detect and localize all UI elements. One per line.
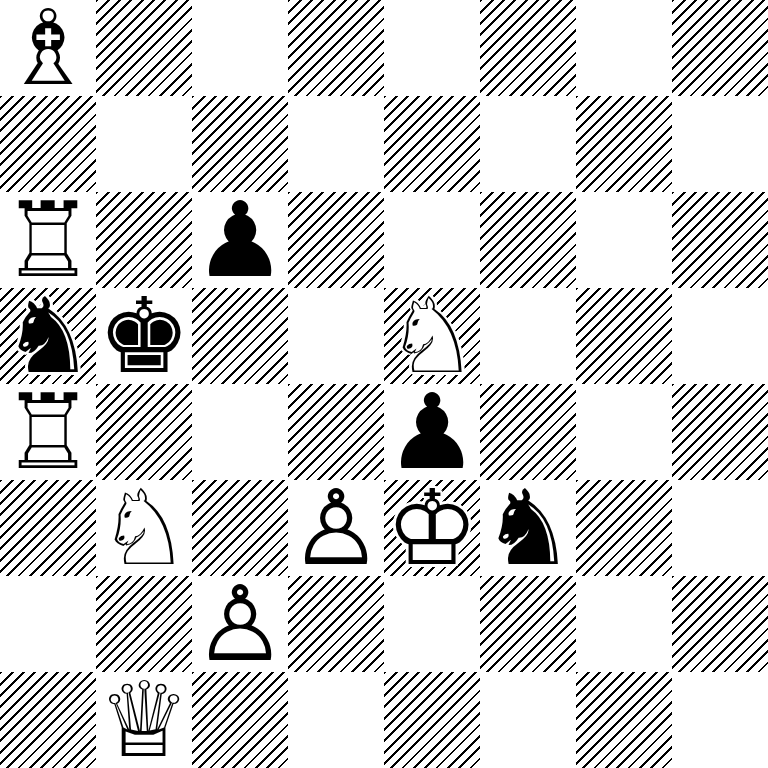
square-f1[interactable]	[480, 672, 576, 768]
chessboard-diagram: ♝♗♜♖♟♞♚♞♘♜♖♟♞♘♟♙♚♔♞♟♙♛♕	[0, 0, 768, 768]
square-e4[interactable]: ♟	[384, 384, 480, 480]
square-d2[interactable]	[288, 576, 384, 672]
square-e1[interactable]	[384, 672, 480, 768]
square-h3[interactable]	[672, 480, 768, 576]
white-knight-piece[interactable]: ♘	[384, 288, 480, 384]
square-c8[interactable]	[192, 0, 288, 96]
square-b3[interactable]: ♞♘	[96, 480, 192, 576]
square-e2[interactable]	[384, 576, 480, 672]
square-f5[interactable]	[480, 288, 576, 384]
white-king-piece-fill: ♚	[384, 480, 480, 576]
square-f4[interactable]	[480, 384, 576, 480]
square-c5[interactable]	[192, 288, 288, 384]
square-h4[interactable]	[672, 384, 768, 480]
square-b6[interactable]	[96, 192, 192, 288]
black-pawn-piece[interactable]: ♟	[384, 384, 480, 480]
square-g8[interactable]	[576, 0, 672, 96]
white-queen-piece-fill: ♛	[96, 672, 192, 768]
white-knight-piece[interactable]: ♘	[96, 480, 192, 576]
square-c3[interactable]	[192, 480, 288, 576]
square-c4[interactable]	[192, 384, 288, 480]
square-b4[interactable]	[96, 384, 192, 480]
black-pawn-piece[interactable]: ♟	[192, 192, 288, 288]
square-g4[interactable]	[576, 384, 672, 480]
square-b1[interactable]: ♛♕	[96, 672, 192, 768]
white-bishop-piece-fill: ♝	[0, 0, 96, 96]
white-pawn-piece-fill: ♟	[288, 480, 384, 576]
square-b2[interactable]	[96, 576, 192, 672]
white-pawn-piece[interactable]: ♙	[288, 480, 384, 576]
square-a1[interactable]	[0, 672, 96, 768]
white-knight-piece-fill: ♞	[96, 480, 192, 576]
square-h5[interactable]	[672, 288, 768, 384]
black-knight-piece[interactable]: ♞	[480, 480, 576, 576]
square-c1[interactable]	[192, 672, 288, 768]
square-c2[interactable]: ♟♙	[192, 576, 288, 672]
square-c7[interactable]	[192, 96, 288, 192]
white-queen-piece[interactable]: ♕	[96, 672, 192, 768]
square-d3[interactable]: ♟♙	[288, 480, 384, 576]
white-king-piece[interactable]: ♔	[384, 480, 480, 576]
square-f8[interactable]	[480, 0, 576, 96]
white-pawn-piece[interactable]: ♙	[192, 576, 288, 672]
square-b7[interactable]	[96, 96, 192, 192]
square-d1[interactable]	[288, 672, 384, 768]
white-rook-piece-fill: ♜	[0, 192, 96, 288]
white-rook-piece[interactable]: ♖	[0, 384, 96, 480]
square-e8[interactable]	[384, 0, 480, 96]
square-a7[interactable]	[0, 96, 96, 192]
black-king-piece[interactable]: ♚	[96, 288, 192, 384]
white-bishop-piece[interactable]: ♗	[0, 0, 96, 96]
square-b8[interactable]	[96, 0, 192, 96]
white-pawn-piece-fill: ♟	[192, 576, 288, 672]
white-rook-piece-fill: ♜	[0, 384, 96, 480]
square-h8[interactable]	[672, 0, 768, 96]
square-a5[interactable]: ♞	[0, 288, 96, 384]
square-h2[interactable]	[672, 576, 768, 672]
white-rook-piece[interactable]: ♖	[0, 192, 96, 288]
square-d5[interactable]	[288, 288, 384, 384]
square-e5[interactable]: ♞♘	[384, 288, 480, 384]
square-d4[interactable]	[288, 384, 384, 480]
square-f6[interactable]	[480, 192, 576, 288]
square-f2[interactable]	[480, 576, 576, 672]
square-g2[interactable]	[576, 576, 672, 672]
square-h7[interactable]	[672, 96, 768, 192]
square-g6[interactable]	[576, 192, 672, 288]
square-d8[interactable]	[288, 0, 384, 96]
square-g3[interactable]	[576, 480, 672, 576]
square-f3[interactable]: ♞	[480, 480, 576, 576]
square-a3[interactable]	[0, 480, 96, 576]
square-e7[interactable]	[384, 96, 480, 192]
square-f7[interactable]	[480, 96, 576, 192]
square-a4[interactable]: ♜♖	[0, 384, 96, 480]
white-knight-piece-fill: ♞	[384, 288, 480, 384]
black-knight-piece[interactable]: ♞	[0, 288, 96, 384]
square-b5[interactable]: ♚	[96, 288, 192, 384]
square-a8[interactable]: ♝♗	[0, 0, 96, 96]
square-e6[interactable]	[384, 192, 480, 288]
square-e3[interactable]: ♚♔	[384, 480, 480, 576]
square-g7[interactable]	[576, 96, 672, 192]
square-h1[interactable]	[672, 672, 768, 768]
chess-board: ♝♗♜♖♟♞♚♞♘♜♖♟♞♘♟♙♚♔♞♟♙♛♕	[0, 0, 768, 768]
square-d6[interactable]	[288, 192, 384, 288]
square-g1[interactable]	[576, 672, 672, 768]
square-h6[interactable]	[672, 192, 768, 288]
square-a2[interactable]	[0, 576, 96, 672]
square-d7[interactable]	[288, 96, 384, 192]
square-g5[interactable]	[576, 288, 672, 384]
square-a6[interactable]: ♜♖	[0, 192, 96, 288]
square-c6[interactable]: ♟	[192, 192, 288, 288]
